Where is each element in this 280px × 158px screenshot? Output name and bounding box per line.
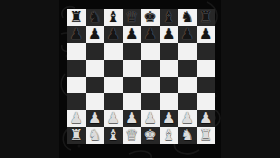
- black-pawn-piece[interactable]: ♟: [88, 26, 101, 41]
- square-f7[interactable]: ♟: [160, 26, 179, 43]
- square-g7[interactable]: ♟: [178, 26, 197, 43]
- black-queen-piece[interactable]: ♛: [125, 9, 138, 24]
- square-e5[interactable]: [141, 60, 160, 77]
- square-f5[interactable]: [160, 60, 179, 77]
- square-h4[interactable]: [197, 77, 216, 94]
- square-c2[interactable]: ♟: [104, 110, 123, 127]
- white-knight-piece[interactable]: ♞: [88, 128, 101, 143]
- square-g1[interactable]: ♞: [178, 127, 197, 144]
- black-bishop-piece[interactable]: ♝: [107, 9, 120, 24]
- black-pawn-piece[interactable]: ♟: [70, 26, 83, 41]
- square-h3[interactable]: [197, 93, 216, 110]
- square-f2[interactable]: ♟: [160, 110, 179, 127]
- square-g5[interactable]: [178, 60, 197, 77]
- chess-app-background: ♜♞♝♛♚♝♞♜♟♟♟♟♟♟♟♟♟♟♟♟♟♟♟♟♜♞♝♛♚♝♞♜: [0, 0, 280, 158]
- square-h7[interactable]: ♟: [197, 26, 216, 43]
- black-rook-piece[interactable]: ♜: [70, 9, 83, 24]
- square-f1[interactable]: ♝: [160, 127, 179, 144]
- square-c6[interactable]: [104, 43, 123, 60]
- square-d2[interactable]: ♟: [123, 110, 142, 127]
- square-b3[interactable]: [86, 93, 105, 110]
- square-d7[interactable]: ♟: [123, 26, 142, 43]
- square-f6[interactable]: [160, 43, 179, 60]
- square-e8[interactable]: ♚: [141, 9, 160, 26]
- white-pawn-piece[interactable]: ♟: [125, 111, 138, 126]
- black-bishop-piece[interactable]: ♝: [162, 9, 175, 24]
- left-letterbox-bar: [0, 0, 59, 158]
- square-d5[interactable]: [123, 60, 142, 77]
- square-a1[interactable]: ♜: [67, 127, 86, 144]
- square-a5[interactable]: [67, 60, 86, 77]
- square-a8[interactable]: ♜: [67, 9, 86, 26]
- square-b4[interactable]: [86, 77, 105, 94]
- square-h5[interactable]: [197, 60, 216, 77]
- black-pawn-piece[interactable]: ♟: [181, 26, 194, 41]
- white-pawn-piece[interactable]: ♟: [144, 111, 157, 126]
- square-a7[interactable]: ♟: [67, 26, 86, 43]
- black-pawn-piece[interactable]: ♟: [199, 26, 212, 41]
- square-a6[interactable]: [67, 43, 86, 60]
- square-h1[interactable]: ♜: [197, 127, 216, 144]
- right-letterbox-bar: [221, 0, 280, 158]
- square-c3[interactable]: [104, 93, 123, 110]
- white-pawn-piece[interactable]: ♟: [162, 111, 175, 126]
- square-e4[interactable]: [141, 77, 160, 94]
- white-queen-piece[interactable]: ♛: [125, 128, 138, 143]
- square-d8[interactable]: ♛: [123, 9, 142, 26]
- white-knight-piece[interactable]: ♞: [181, 128, 194, 143]
- square-e1[interactable]: ♚: [141, 127, 160, 144]
- square-b8[interactable]: ♞: [86, 9, 105, 26]
- black-king-piece[interactable]: ♚: [144, 9, 157, 24]
- square-h6[interactable]: [197, 43, 216, 60]
- black-pawn-piece[interactable]: ♟: [162, 26, 175, 41]
- square-b5[interactable]: [86, 60, 105, 77]
- square-b1[interactable]: ♞: [86, 127, 105, 144]
- chess-board: ♜♞♝♛♚♝♞♜♟♟♟♟♟♟♟♟♟♟♟♟♟♟♟♟♜♞♝♛♚♝♞♜: [67, 9, 215, 144]
- square-f3[interactable]: [160, 93, 179, 110]
- square-g3[interactable]: [178, 93, 197, 110]
- square-e3[interactable]: [141, 93, 160, 110]
- square-a4[interactable]: [67, 77, 86, 94]
- square-d4[interactable]: [123, 77, 142, 94]
- black-pawn-piece[interactable]: ♟: [144, 26, 157, 41]
- white-bishop-piece[interactable]: ♝: [162, 128, 175, 143]
- square-g2[interactable]: ♟: [178, 110, 197, 127]
- white-pawn-piece[interactable]: ♟: [70, 111, 83, 126]
- square-d1[interactable]: ♛: [123, 127, 142, 144]
- white-king-piece[interactable]: ♚: [144, 128, 157, 143]
- square-d3[interactable]: [123, 93, 142, 110]
- square-e2[interactable]: ♟: [141, 110, 160, 127]
- white-pawn-piece[interactable]: ♟: [181, 111, 194, 126]
- square-h8[interactable]: ♜: [197, 9, 216, 26]
- white-pawn-piece[interactable]: ♟: [88, 111, 101, 126]
- square-c1[interactable]: ♝: [104, 127, 123, 144]
- square-f8[interactable]: ♝: [160, 9, 179, 26]
- square-a2[interactable]: ♟: [67, 110, 86, 127]
- square-f4[interactable]: [160, 77, 179, 94]
- square-b2[interactable]: ♟: [86, 110, 105, 127]
- white-pawn-piece[interactable]: ♟: [199, 111, 212, 126]
- square-c5[interactable]: [104, 60, 123, 77]
- square-b6[interactable]: [86, 43, 105, 60]
- black-knight-piece[interactable]: ♞: [88, 9, 101, 24]
- white-rook-piece[interactable]: ♜: [70, 128, 83, 143]
- square-g6[interactable]: [178, 43, 197, 60]
- black-pawn-piece[interactable]: ♟: [107, 26, 120, 41]
- square-e6[interactable]: [141, 43, 160, 60]
- square-e7[interactable]: ♟: [141, 26, 160, 43]
- square-c4[interactable]: [104, 77, 123, 94]
- square-c8[interactable]: ♝: [104, 9, 123, 26]
- square-a3[interactable]: [67, 93, 86, 110]
- square-g8[interactable]: ♞: [178, 9, 197, 26]
- square-c7[interactable]: ♟: [104, 26, 123, 43]
- square-b7[interactable]: ♟: [86, 26, 105, 43]
- square-d6[interactable]: [123, 43, 142, 60]
- black-pawn-piece[interactable]: ♟: [125, 26, 138, 41]
- black-knight-piece[interactable]: ♞: [181, 9, 194, 24]
- white-bishop-piece[interactable]: ♝: [107, 128, 120, 143]
- square-g4[interactable]: [178, 77, 197, 94]
- square-h2[interactable]: ♟: [197, 110, 216, 127]
- white-pawn-piece[interactable]: ♟: [107, 111, 120, 126]
- black-rook-piece[interactable]: ♜: [199, 9, 212, 24]
- white-rook-piece[interactable]: ♜: [199, 128, 212, 143]
